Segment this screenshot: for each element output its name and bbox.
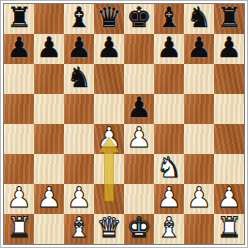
square-b1[interactable] — [34, 214, 64, 244]
square-a3[interactable] — [4, 154, 34, 184]
square-d2[interactable] — [94, 184, 124, 214]
square-e2[interactable] — [124, 184, 154, 214]
square-h6[interactable] — [214, 64, 244, 94]
square-a7[interactable]: ♟ — [4, 34, 34, 64]
black-bishop[interactable]: ♝ — [156, 4, 181, 33]
square-h8[interactable]: ♜ — [214, 4, 244, 34]
square-f5[interactable] — [154, 94, 184, 124]
square-f1[interactable]: ♝ — [154, 214, 184, 244]
white-rook[interactable]: ♜ — [216, 214, 241, 243]
square-g4[interactable] — [184, 124, 214, 154]
square-c1[interactable]: ♝ — [64, 214, 94, 244]
square-e8[interactable]: ♚ — [124, 4, 154, 34]
black-pawn[interactable]: ♟ — [126, 94, 151, 123]
square-h2[interactable]: ♟ — [214, 184, 244, 214]
square-g3[interactable] — [184, 154, 214, 184]
square-f4[interactable] — [154, 124, 184, 154]
white-pawn[interactable]: ♟ — [96, 124, 121, 153]
square-d5[interactable] — [94, 94, 124, 124]
square-c4[interactable] — [64, 124, 94, 154]
square-b7[interactable]: ♟ — [34, 34, 64, 64]
black-pawn[interactable]: ♟ — [156, 34, 181, 63]
square-d6[interactable] — [94, 64, 124, 94]
square-h4[interactable] — [214, 124, 244, 154]
black-knight[interactable]: ♞ — [66, 64, 91, 93]
square-g8[interactable]: ♞ — [184, 4, 214, 34]
square-f7[interactable]: ♟ — [154, 34, 184, 64]
square-h1[interactable]: ♜ — [214, 214, 244, 244]
square-e5[interactable]: ♟ — [124, 94, 154, 124]
square-c7[interactable]: ♟ — [64, 34, 94, 64]
square-a1[interactable]: ♜ — [4, 214, 34, 244]
square-h7[interactable]: ♟ — [214, 34, 244, 64]
white-knight[interactable]: ♞ — [156, 154, 181, 183]
black-queen[interactable]: ♛ — [96, 4, 121, 33]
square-e3[interactable] — [124, 154, 154, 184]
square-e1[interactable]: ♚ — [124, 214, 154, 244]
square-h3[interactable] — [214, 154, 244, 184]
square-c2[interactable]: ♟ — [64, 184, 94, 214]
square-e6[interactable] — [124, 64, 154, 94]
black-pawn[interactable]: ♟ — [6, 34, 31, 63]
white-bishop[interactable]: ♝ — [156, 214, 181, 243]
black-king[interactable]: ♚ — [126, 4, 151, 33]
white-pawn[interactable]: ♟ — [66, 184, 91, 213]
black-rook[interactable]: ♜ — [6, 4, 31, 33]
square-b2[interactable]: ♟ — [34, 184, 64, 214]
white-rook[interactable]: ♜ — [6, 214, 31, 243]
white-queen[interactable]: ♛ — [96, 214, 121, 243]
square-e4[interactable]: ♟ — [124, 124, 154, 154]
square-d4[interactable]: ♟ — [94, 124, 124, 154]
square-c5[interactable] — [64, 94, 94, 124]
white-pawn[interactable]: ♟ — [216, 184, 241, 213]
square-g2[interactable]: ♟ — [184, 184, 214, 214]
square-g7[interactable]: ♟ — [184, 34, 214, 64]
square-b8[interactable] — [34, 4, 64, 34]
white-pawn[interactable]: ♟ — [6, 184, 31, 213]
square-g5[interactable] — [184, 94, 214, 124]
chess-board: ♜♝♛♚♝♞♜♟♟♟♟♟♟♟♞♟♟♟♞♟♟♟♟♟♟♜♝♛♚♝♜ — [3, 3, 245, 245]
square-d3[interactable] — [94, 154, 124, 184]
white-pawn[interactable]: ♟ — [36, 184, 61, 213]
white-king[interactable]: ♚ — [126, 214, 151, 243]
black-knight[interactable]: ♞ — [186, 4, 211, 33]
square-f2[interactable]: ♟ — [154, 184, 184, 214]
black-pawn[interactable]: ♟ — [66, 34, 91, 63]
square-d7[interactable]: ♟ — [94, 34, 124, 64]
square-a6[interactable] — [4, 64, 34, 94]
white-pawn[interactable]: ♟ — [186, 184, 211, 213]
square-a2[interactable]: ♟ — [4, 184, 34, 214]
square-f8[interactable]: ♝ — [154, 4, 184, 34]
square-a5[interactable] — [4, 94, 34, 124]
black-pawn[interactable]: ♟ — [96, 34, 121, 63]
black-pawn[interactable]: ♟ — [36, 34, 61, 63]
black-rook[interactable]: ♜ — [216, 4, 241, 33]
square-d8[interactable]: ♛ — [94, 4, 124, 34]
white-pawn[interactable]: ♟ — [156, 184, 181, 213]
white-bishop[interactable]: ♝ — [66, 214, 91, 243]
square-c8[interactable]: ♝ — [64, 4, 94, 34]
square-g1[interactable] — [184, 214, 214, 244]
square-b4[interactable] — [34, 124, 64, 154]
black-pawn[interactable]: ♟ — [216, 34, 241, 63]
square-a4[interactable] — [4, 124, 34, 154]
square-a8[interactable]: ♜ — [4, 4, 34, 34]
black-pawn[interactable]: ♟ — [186, 34, 211, 63]
square-e7[interactable] — [124, 34, 154, 64]
square-b5[interactable] — [34, 94, 64, 124]
square-d1[interactable]: ♛ — [94, 214, 124, 244]
square-f3[interactable]: ♞ — [154, 154, 184, 184]
square-h5[interactable] — [214, 94, 244, 124]
square-c3[interactable] — [64, 154, 94, 184]
board-frame: ♜♝♛♚♝♞♜♟♟♟♟♟♟♟♞♟♟♟♞♟♟♟♟♟♟♜♝♛♚♝♜ — [0, 0, 248, 248]
square-b6[interactable] — [34, 64, 64, 94]
square-g6[interactable] — [184, 64, 214, 94]
square-c6[interactable]: ♞ — [64, 64, 94, 94]
square-f6[interactable] — [154, 64, 184, 94]
square-b3[interactable] — [34, 154, 64, 184]
black-bishop[interactable]: ♝ — [66, 4, 91, 33]
white-pawn[interactable]: ♟ — [126, 124, 151, 153]
